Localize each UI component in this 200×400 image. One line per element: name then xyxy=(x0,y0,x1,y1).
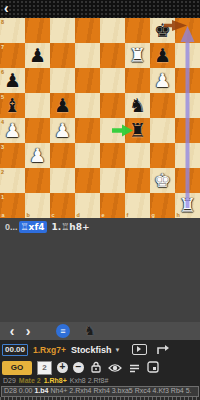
square-a4[interactable]: 4♟ xyxy=(0,118,25,143)
square-a5[interactable]: 5♝ xyxy=(0,93,25,118)
square-f1[interactable]: f xyxy=(125,193,150,218)
prev-move-button[interactable]: ‹ xyxy=(4,323,20,339)
eval-box[interactable]: 00.00 xyxy=(2,344,28,356)
square-b2[interactable] xyxy=(25,168,50,193)
move-number-prefix: 0... xyxy=(5,222,18,232)
navigation-toolbar: ‹ › ≡ ♞ xyxy=(0,322,200,340)
square-f8[interactable] xyxy=(125,18,150,43)
square-a7[interactable]: 7 xyxy=(0,43,25,68)
white-pawn-a4[interactable]: ♟ xyxy=(0,118,25,143)
multipv-input[interactable]: 2 xyxy=(37,361,52,375)
square-f4[interactable]: ♜ xyxy=(125,118,150,143)
square-h8[interactable] xyxy=(175,18,200,43)
square-g2[interactable]: ♚ xyxy=(150,168,175,193)
square-f3[interactable] xyxy=(125,143,150,168)
moves-list-icon[interactable] xyxy=(129,359,140,377)
square-e4[interactable] xyxy=(100,118,125,143)
black-pawn-c5[interactable]: ♟ xyxy=(50,93,75,118)
square-e5[interactable] xyxy=(100,93,125,118)
rank-label-1: 1 xyxy=(1,194,4,200)
line2-depth: D28 xyxy=(4,387,17,394)
square-c5[interactable]: ♟ xyxy=(50,93,75,118)
back-icon[interactable]: ‹ xyxy=(4,0,9,18)
top-bar: ‹ xyxy=(0,0,200,18)
square-b3[interactable]: ♟ xyxy=(25,143,50,168)
next-move-label[interactable]: 1.♖h8+ xyxy=(52,222,90,232)
square-c6[interactable] xyxy=(50,68,75,93)
square-g8[interactable]: ♚ xyxy=(150,18,175,43)
square-b5[interactable] xyxy=(25,93,50,118)
square-a6[interactable]: 6♟ xyxy=(0,68,25,93)
line1-score: Mate 2 xyxy=(19,377,41,384)
black-pawn-b7[interactable]: ♟ xyxy=(25,43,50,68)
square-e8[interactable] xyxy=(100,18,125,43)
square-d6[interactable] xyxy=(75,68,100,93)
square-g6[interactable]: ♟ xyxy=(150,68,175,93)
square-e1[interactable]: e xyxy=(100,193,125,218)
white-rook-h1[interactable]: ♜ xyxy=(175,193,200,218)
square-h4[interactable] xyxy=(175,118,200,143)
square-c7[interactable] xyxy=(50,43,75,68)
pv-move-label[interactable]: 1.Rxg7+ xyxy=(33,345,66,355)
square-g3[interactable] xyxy=(150,143,175,168)
square-b7[interactable]: ♟ xyxy=(25,43,50,68)
square-a8[interactable]: 8 xyxy=(0,18,25,43)
line1-continuation: Kxh8 2.Rf8# xyxy=(70,377,109,384)
file-label-g: g xyxy=(152,212,155,218)
rank-label-7: 7 xyxy=(1,44,4,50)
square-d2[interactable] xyxy=(75,168,100,193)
square-b1[interactable]: b xyxy=(25,193,50,218)
square-f5[interactable]: ♞ xyxy=(125,93,150,118)
chess-board[interactable]: 8♚7♟♜♟6♟♟5♝♟♞4♟♟♜3♟2♚1abcdefgh♜ xyxy=(0,18,200,218)
square-c1[interactable]: c xyxy=(50,193,75,218)
square-h7[interactable] xyxy=(175,43,200,68)
square-g5[interactable] xyxy=(150,93,175,118)
line2-best-move: 1.b4 xyxy=(34,387,48,394)
engine-line-1[interactable]: D29Mate 21.Rh8+Kxh8 2.Rf8# xyxy=(3,377,199,385)
rank-label-2: 2 xyxy=(1,169,4,175)
go-button[interactable]: GO xyxy=(2,361,32,375)
square-g1[interactable]: g xyxy=(150,193,175,218)
white-pawn-g6[interactable]: ♟ xyxy=(150,68,175,93)
square-f6[interactable] xyxy=(125,68,150,93)
line1-depth: D29 xyxy=(3,377,16,384)
next-move-button[interactable]: › xyxy=(20,323,36,339)
minus-button[interactable]: − xyxy=(73,362,84,373)
square-b4[interactable] xyxy=(25,118,50,143)
square-f2[interactable] xyxy=(125,168,150,193)
variation-arrow-icon[interactable] xyxy=(156,341,170,359)
square-d7[interactable] xyxy=(75,43,100,68)
chess-analysis-app: ‹ 8♚7♟♜♟6♟♟5♝♟♞4♟♟♜3♟2♚1abcdefgh♜ 0...♖x… xyxy=(0,0,200,400)
square-d3[interactable] xyxy=(75,143,100,168)
file-label-b: b xyxy=(27,212,30,218)
square-a3[interactable]: 3 xyxy=(0,143,25,168)
rank-label-8: 8 xyxy=(1,19,4,25)
plus-button[interactable]: + xyxy=(57,362,68,373)
square-c3[interactable] xyxy=(50,143,75,168)
file-label-d: d xyxy=(77,212,80,218)
square-b8[interactable] xyxy=(25,18,50,43)
square-d8[interactable] xyxy=(75,18,100,43)
menu-icon[interactable]: ≡ xyxy=(56,324,70,338)
engine-header-row: 00.00 1.Rxg7+ Stockfish ▼ xyxy=(2,343,198,356)
knight-icon[interactable]: ♞ xyxy=(84,323,96,339)
line2-score: 0.00 xyxy=(19,387,33,394)
square-c2[interactable] xyxy=(50,168,75,193)
engine-name[interactable]: Stockfish xyxy=(71,345,112,355)
black-bishop-a5[interactable]: ♝ xyxy=(0,93,25,118)
square-d4[interactable] xyxy=(75,118,100,143)
square-h6[interactable] xyxy=(175,68,200,93)
square-c8[interactable] xyxy=(50,18,75,43)
file-label-a: a xyxy=(2,212,5,218)
square-g4[interactable] xyxy=(150,118,175,143)
white-king-g2[interactable]: ♚ xyxy=(150,168,175,193)
file-label-f: f xyxy=(127,212,129,218)
square-b6[interactable] xyxy=(25,68,50,93)
square-h1[interactable]: h♜ xyxy=(175,193,200,218)
white-pawn-c4[interactable]: ♟ xyxy=(50,118,75,143)
white-pawn-b3[interactable]: ♟ xyxy=(25,143,50,168)
lock-icon[interactable] xyxy=(91,359,101,377)
black-knight-f5[interactable]: ♞ xyxy=(125,93,150,118)
square-a2[interactable]: 2 xyxy=(0,168,25,193)
black-king-g8[interactable]: ♚ xyxy=(150,18,175,43)
play-video-icon[interactable] xyxy=(132,344,147,355)
engine-panel: 00.00 1.Rxg7+ Stockfish ▼ GO 2 + − xyxy=(0,340,200,400)
square-e3[interactable] xyxy=(100,143,125,168)
square-d1[interactable]: d xyxy=(75,193,100,218)
file-label-e: e xyxy=(102,212,105,218)
line1-best-move: 1.Rh8+ xyxy=(44,377,67,384)
square-g7[interactable]: ♟ xyxy=(150,43,175,68)
square-c4[interactable]: ♟ xyxy=(50,118,75,143)
square-a1[interactable]: 1a xyxy=(0,193,25,218)
square-e7[interactable] xyxy=(100,43,125,68)
square-e2[interactable] xyxy=(100,168,125,193)
square-f7[interactable]: ♜ xyxy=(125,43,150,68)
file-label-c: c xyxy=(52,212,55,218)
square-d5[interactable] xyxy=(75,93,100,118)
white-rook-f7[interactable]: ♜ xyxy=(125,43,150,68)
black-pawn-a6[interactable]: ♟ xyxy=(0,68,25,93)
engine-line-2[interactable]: D28 0.001.b4Nh4+ 2.Rxh4 Rxh4 3.bxa5 Rxc4… xyxy=(1,386,199,397)
play-triangle-icon xyxy=(137,346,141,352)
square-h3[interactable] xyxy=(175,143,200,168)
played-move-chip[interactable]: ♖xf4 xyxy=(19,221,47,233)
eye-icon[interactable] xyxy=(108,359,122,377)
chevron-down-icon[interactable]: ▼ xyxy=(114,347,120,353)
rank-label-3: 3 xyxy=(1,144,4,150)
opening-book-icon[interactable] xyxy=(147,359,159,377)
black-pawn-g7[interactable]: ♟ xyxy=(150,43,175,68)
move-strip: 0...♖xf41.♖h8+ xyxy=(0,218,200,236)
square-h5[interactable] xyxy=(175,93,200,118)
line2-continuation: Nh4+ 2.Rxh4 Rxh4 3.bxa5 Rxc4 4.Kf3 Rb4 5… xyxy=(50,387,191,394)
square-h2[interactable] xyxy=(175,168,200,193)
black-rook-f4[interactable]: ♜ xyxy=(125,118,150,143)
engine-controls-row: GO 2 + − xyxy=(2,360,198,375)
square-e6[interactable] xyxy=(100,68,125,93)
